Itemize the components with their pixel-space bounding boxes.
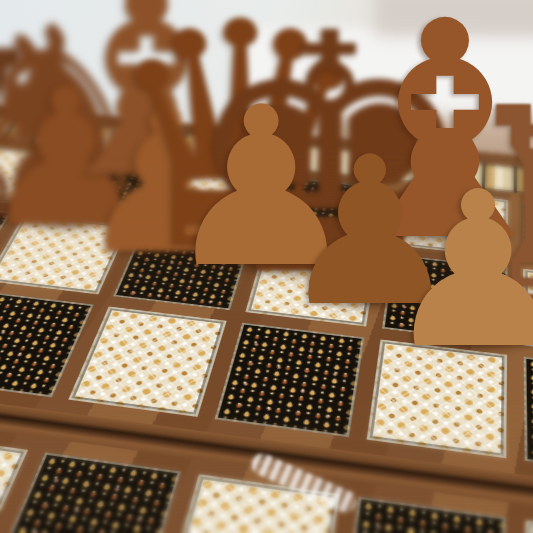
pawn-glyph: ♟: [371, 163, 533, 378]
board-square-r3-c5[interactable]: [337, 497, 506, 533]
board-square-r3-c3[interactable]: [0, 452, 181, 533]
piece-pawn-g7[interactable]: ♟: [371, 163, 533, 378]
chess-photo-scene: ♜♞♟♝♟♛♚♟♟♝♟♜: [0, 0, 533, 533]
board-square-r3-c6[interactable]: [525, 520, 533, 533]
